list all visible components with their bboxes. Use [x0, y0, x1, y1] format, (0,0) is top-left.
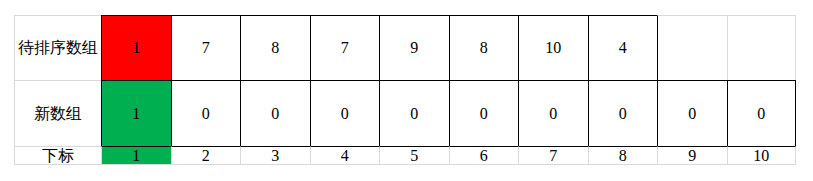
index-cell-9: 9: [657, 146, 727, 165]
row-label-index: 下标: [14, 146, 101, 165]
index-cell-6: 6: [449, 146, 519, 165]
unsorted-array-cell-4: 7: [310, 15, 380, 80]
new-array-cell-9: 0: [657, 80, 727, 146]
row-label-new-array: 新数组: [14, 80, 101, 146]
unsorted-array-cell-8: 4: [588, 15, 658, 80]
unsorted-array-cell-7: 10: [518, 15, 588, 80]
new-array-cell-3: 0: [240, 80, 310, 146]
unsorted-array-cell-6: 8: [449, 15, 519, 80]
index-cell-10: 10: [727, 146, 797, 165]
index-cell-2: 2: [171, 146, 241, 165]
unsorted-array-cell-5: 9: [379, 15, 449, 80]
unsorted-array-cell-9: [657, 15, 727, 80]
index-cell-5: 5: [379, 146, 449, 165]
unsorted-array-cell-1: 1: [101, 15, 171, 80]
index-cell-7: 7: [518, 146, 588, 165]
new-array-cell-6: 0: [449, 80, 519, 146]
row-label-unsorted-array: 待排序数组: [14, 15, 101, 80]
index-cell-3: 3: [240, 146, 310, 165]
new-array-cell-1: 1: [101, 80, 171, 146]
new-array-cell-2: 0: [171, 80, 241, 146]
new-array-cell-8: 0: [588, 80, 658, 146]
unsorted-array-cell-3: 8: [240, 15, 310, 80]
index-cell-8: 8: [588, 146, 658, 165]
unsorted-array-cell-10: [727, 15, 797, 80]
new-array-cell-4: 0: [310, 80, 380, 146]
new-array-cell-10: 0: [727, 80, 797, 146]
index-cell-1: 1: [101, 146, 171, 165]
counting-sort-table: 待排序数组 1 7 8 7 9 8 10 4 新数组 1 0 0 0 0 0 0…: [14, 15, 796, 165]
diagram-canvas: 待排序数组 1 7 8 7 9 8 10 4 新数组 1 0 0 0 0 0 0…: [0, 0, 813, 181]
new-array-cell-5: 0: [379, 80, 449, 146]
new-array-cell-7: 0: [518, 80, 588, 146]
unsorted-array-cell-2: 7: [171, 15, 241, 80]
index-cell-4: 4: [310, 146, 380, 165]
